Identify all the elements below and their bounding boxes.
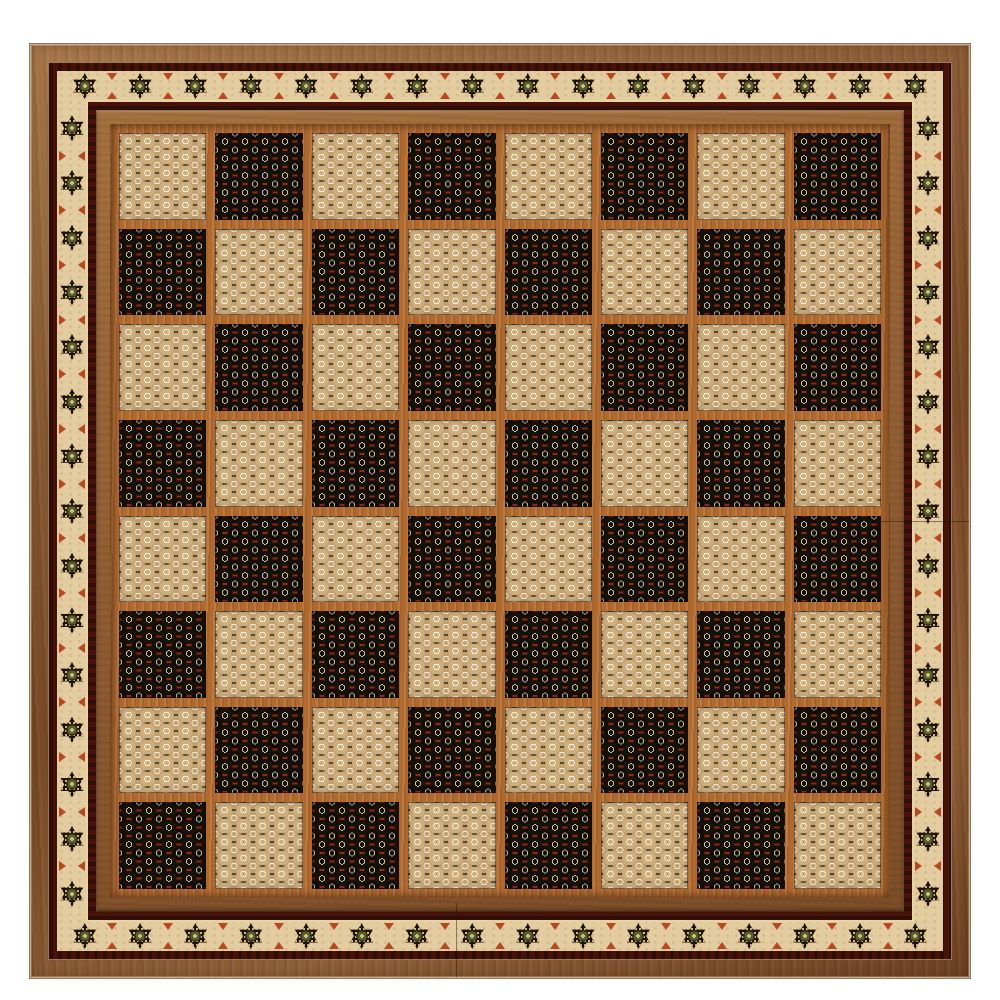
square-d7[interactable] bbox=[408, 229, 495, 316]
square-b3[interactable] bbox=[215, 611, 302, 698]
khatam-band-unit bbox=[913, 265, 943, 320]
square-b5[interactable] bbox=[215, 420, 302, 507]
khatam-band-unit bbox=[279, 921, 334, 951]
square-e7[interactable] bbox=[505, 229, 592, 316]
square-h6[interactable] bbox=[794, 324, 881, 411]
khatam-star-icon bbox=[916, 115, 940, 141]
khatam-star-icon bbox=[60, 389, 84, 415]
khatam-star-icon bbox=[626, 923, 650, 949]
khatam-star-icon bbox=[571, 73, 595, 99]
khatam-star-icon bbox=[73, 923, 97, 949]
square-g6[interactable] bbox=[697, 324, 784, 411]
khatam-star-icon bbox=[183, 923, 207, 949]
khatam-star-icon bbox=[916, 334, 940, 360]
square-g3[interactable] bbox=[697, 611, 784, 698]
square-c6[interactable] bbox=[312, 324, 399, 411]
khatam-band-unit bbox=[611, 71, 666, 101]
square-a8[interactable] bbox=[119, 133, 206, 220]
khatam-band-unit bbox=[832, 71, 887, 101]
khatam-band-unit bbox=[57, 812, 87, 867]
khatam-band-unit bbox=[500, 71, 555, 101]
khatam-star-icon bbox=[848, 923, 872, 949]
khatam-star-icon bbox=[682, 923, 706, 949]
khatam-band-unit bbox=[279, 71, 334, 101]
khatam-star-icon bbox=[60, 225, 84, 251]
square-a5[interactable] bbox=[119, 420, 206, 507]
square-g5[interactable] bbox=[697, 420, 784, 507]
khatam-band-unit bbox=[112, 71, 167, 101]
inner-wood-frame bbox=[96, 110, 904, 912]
square-b2[interactable] bbox=[215, 707, 302, 794]
khatam-star-icon bbox=[350, 73, 374, 99]
khatam-band-unit bbox=[913, 374, 943, 429]
square-a2[interactable] bbox=[119, 707, 206, 794]
khatam-star-icon bbox=[848, 73, 872, 99]
khatam-band-unit bbox=[666, 71, 721, 101]
khatam-band-unit bbox=[666, 921, 721, 951]
square-d2[interactable] bbox=[408, 707, 495, 794]
square-e6[interactable] bbox=[505, 324, 592, 411]
khatam-band-unit bbox=[57, 866, 87, 921]
khatam-star-band bbox=[57, 71, 943, 951]
khatam-star-icon bbox=[916, 389, 940, 415]
khatam-star-icon bbox=[294, 73, 318, 99]
square-f5[interactable] bbox=[601, 420, 688, 507]
khatam-star-icon bbox=[903, 73, 927, 99]
square-c4[interactable] bbox=[312, 516, 399, 603]
khatam-band-unit bbox=[57, 71, 112, 101]
khatam-star-icon bbox=[571, 923, 595, 949]
khatam-band-unit bbox=[389, 71, 444, 101]
khatam-band-unit bbox=[888, 921, 943, 951]
square-e5[interactable] bbox=[505, 420, 592, 507]
square-e2[interactable] bbox=[505, 707, 592, 794]
photo-background: { "game": "chess", "board_description": … bbox=[0, 0, 1000, 1000]
star-band-top bbox=[57, 71, 943, 101]
khatam-star-icon bbox=[916, 443, 940, 469]
khatam-band-unit bbox=[57, 757, 87, 812]
khatam-band-unit bbox=[57, 484, 87, 539]
square-h7[interactable] bbox=[794, 229, 881, 316]
khatam-star-icon bbox=[916, 717, 940, 743]
khatam-band-unit bbox=[57, 320, 87, 375]
square-d6[interactable] bbox=[408, 324, 495, 411]
khatam-band-unit bbox=[913, 320, 943, 375]
khatam-star-icon bbox=[60, 717, 84, 743]
khatam-band-unit bbox=[57, 265, 87, 320]
khatam-star-icon bbox=[60, 662, 84, 688]
square-b6[interactable] bbox=[215, 324, 302, 411]
khatam-star-icon bbox=[60, 826, 84, 852]
wood-seam bbox=[881, 521, 969, 522]
khatam-star-icon bbox=[60, 553, 84, 579]
square-d8[interactable] bbox=[408, 133, 495, 220]
khatam-star-icon bbox=[60, 115, 84, 141]
khatam-star-icon bbox=[239, 73, 263, 99]
khatam-band-unit bbox=[57, 156, 87, 211]
square-g1[interactable] bbox=[697, 802, 784, 889]
khatam-star-icon bbox=[916, 225, 940, 251]
square-a6[interactable] bbox=[119, 324, 206, 411]
square-a4[interactable] bbox=[119, 516, 206, 603]
khatam-band-unit bbox=[57, 374, 87, 429]
square-a3[interactable] bbox=[119, 611, 206, 698]
square-g2[interactable] bbox=[697, 707, 784, 794]
square-d4[interactable] bbox=[408, 516, 495, 603]
star-band-right bbox=[913, 101, 943, 921]
khatam-star-icon bbox=[916, 662, 940, 688]
khatam-star-icon bbox=[60, 279, 84, 305]
khatam-star-icon bbox=[460, 923, 484, 949]
khatam-star-icon bbox=[405, 923, 429, 949]
khatam-band-unit bbox=[913, 757, 943, 812]
square-f3[interactable] bbox=[601, 611, 688, 698]
square-h5[interactable] bbox=[794, 420, 881, 507]
khatam-star-icon bbox=[183, 73, 207, 99]
square-f1[interactable] bbox=[601, 802, 688, 889]
khatam-star-icon bbox=[60, 607, 84, 633]
khatam-band-unit bbox=[913, 484, 943, 539]
square-f2[interactable] bbox=[601, 707, 688, 794]
khatam-band-unit bbox=[168, 71, 223, 101]
khatam-band-unit bbox=[168, 921, 223, 951]
square-g7[interactable] bbox=[697, 229, 784, 316]
khatam-band-unit bbox=[445, 71, 500, 101]
khatam-star-icon bbox=[350, 923, 374, 949]
chess-board bbox=[119, 133, 881, 889]
khatam-star-icon bbox=[405, 73, 429, 99]
khatam-band-unit bbox=[389, 921, 444, 951]
square-e1[interactable] bbox=[505, 802, 592, 889]
khatam-star-icon bbox=[60, 498, 84, 524]
khatam-band-unit bbox=[913, 156, 943, 211]
khatam-star-icon bbox=[793, 923, 817, 949]
square-h8[interactable] bbox=[794, 133, 881, 220]
khatam-star-icon bbox=[60, 881, 84, 907]
khatam-band-unit bbox=[57, 593, 87, 648]
square-b8[interactable] bbox=[215, 133, 302, 220]
board-surround bbox=[110, 124, 890, 898]
khatam-star-icon bbox=[60, 170, 84, 196]
khatam-star-icon bbox=[916, 826, 940, 852]
khatam-star-icon bbox=[516, 73, 540, 99]
square-e8[interactable] bbox=[505, 133, 592, 220]
khatam-band-unit bbox=[57, 538, 87, 593]
khatam-band-unit bbox=[500, 921, 555, 951]
khatam-band-unit bbox=[57, 429, 87, 484]
khatam-star-icon bbox=[737, 923, 761, 949]
wood-seam bbox=[456, 903, 457, 977]
khatam-band-unit bbox=[913, 538, 943, 593]
chessboard-table-frame bbox=[30, 44, 970, 978]
khatam-band-unit bbox=[913, 702, 943, 757]
khatam-band-unit bbox=[445, 921, 500, 951]
khatam-star-icon bbox=[60, 771, 84, 797]
square-d3[interactable] bbox=[408, 611, 495, 698]
khatam-band-unit bbox=[611, 921, 666, 951]
khatam-star-icon bbox=[793, 73, 817, 99]
inner-maroon-bead bbox=[86, 100, 914, 922]
square-d1[interactable] bbox=[408, 802, 495, 889]
square-c2[interactable] bbox=[312, 707, 399, 794]
square-c7[interactable] bbox=[312, 229, 399, 316]
khatam-star-icon bbox=[903, 923, 927, 949]
khatam-band-unit bbox=[832, 921, 887, 951]
square-b4[interactable] bbox=[215, 516, 302, 603]
square-g4[interactable] bbox=[697, 516, 784, 603]
khatam-star-icon bbox=[60, 334, 84, 360]
khatam-star-icon bbox=[626, 73, 650, 99]
square-f6[interactable] bbox=[601, 324, 688, 411]
khatam-star-icon bbox=[916, 881, 940, 907]
khatam-star-icon bbox=[916, 553, 940, 579]
square-c5[interactable] bbox=[312, 420, 399, 507]
khatam-band-unit bbox=[334, 921, 389, 951]
khatam-band-unit bbox=[888, 71, 943, 101]
square-h1[interactable] bbox=[794, 802, 881, 889]
khatam-band-unit bbox=[913, 812, 943, 867]
khatam-band-unit bbox=[57, 702, 87, 757]
square-f7[interactable] bbox=[601, 229, 688, 316]
khatam-star-icon bbox=[73, 73, 97, 99]
square-h4[interactable] bbox=[794, 516, 881, 603]
khatam-band-unit bbox=[913, 648, 943, 703]
khatam-star-icon bbox=[916, 607, 940, 633]
khatam-band-unit bbox=[223, 921, 278, 951]
khatam-band-unit bbox=[777, 921, 832, 951]
khatam-star-icon bbox=[737, 73, 761, 99]
square-h3[interactable] bbox=[794, 611, 881, 698]
star-band-left bbox=[57, 101, 87, 921]
khatam-star-icon bbox=[460, 73, 484, 99]
khatam-star-icon bbox=[516, 923, 540, 949]
square-c1[interactable] bbox=[312, 802, 399, 889]
khatam-star-icon bbox=[239, 923, 263, 949]
square-b7[interactable] bbox=[215, 229, 302, 316]
khatam-star-icon bbox=[128, 923, 152, 949]
square-a7[interactable] bbox=[119, 229, 206, 316]
khatam-star-icon bbox=[60, 443, 84, 469]
khatam-band-unit bbox=[112, 921, 167, 951]
khatam-star-icon bbox=[916, 279, 940, 305]
khatam-star-icon bbox=[128, 73, 152, 99]
square-f4[interactable] bbox=[601, 516, 688, 603]
khatam-band-unit bbox=[913, 866, 943, 921]
khatam-band-unit bbox=[555, 921, 610, 951]
khatam-band-unit bbox=[57, 648, 87, 703]
khatam-star-icon bbox=[294, 923, 318, 949]
square-g8[interactable] bbox=[697, 133, 784, 220]
square-d5[interactable] bbox=[408, 420, 495, 507]
khatam-band-unit bbox=[57, 101, 87, 156]
khatam-band-unit bbox=[57, 921, 112, 951]
star-band-bottom bbox=[57, 921, 943, 951]
khatam-star-icon bbox=[916, 170, 940, 196]
khatam-band-unit bbox=[722, 921, 777, 951]
square-c3[interactable] bbox=[312, 611, 399, 698]
khatam-star-icon bbox=[916, 771, 940, 797]
khatam-band-unit bbox=[223, 71, 278, 101]
khatam-band-unit bbox=[913, 101, 943, 156]
khatam-band-unit bbox=[913, 593, 943, 648]
square-c8[interactable] bbox=[312, 133, 399, 220]
outer-maroon-bead bbox=[48, 62, 952, 960]
khatam-band-unit bbox=[334, 71, 389, 101]
khatam-band-unit bbox=[722, 71, 777, 101]
square-e3[interactable] bbox=[505, 611, 592, 698]
khatam-star-icon bbox=[682, 73, 706, 99]
square-h2[interactable] bbox=[794, 707, 881, 794]
square-e4[interactable] bbox=[505, 516, 592, 603]
square-f8[interactable] bbox=[601, 133, 688, 220]
square-a1[interactable] bbox=[119, 802, 206, 889]
khatam-band-unit bbox=[57, 210, 87, 265]
khatam-band-unit bbox=[555, 71, 610, 101]
square-b1[interactable] bbox=[215, 802, 302, 889]
khatam-band-unit bbox=[777, 71, 832, 101]
khatam-band-unit bbox=[913, 210, 943, 265]
khatam-band-unit bbox=[913, 429, 943, 484]
